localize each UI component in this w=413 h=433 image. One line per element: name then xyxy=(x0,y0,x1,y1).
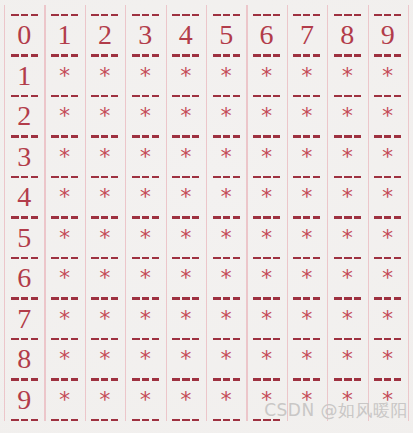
board-cell-hidden: * xyxy=(368,268,408,288)
board-cell-hidden: * xyxy=(44,389,84,409)
hidden-cell-glyph: * xyxy=(300,186,313,208)
row-label: 8 xyxy=(4,349,44,369)
hidden-cell-glyph: * xyxy=(179,389,192,411)
board-cell-hidden: * xyxy=(125,228,165,248)
col-header: 3 xyxy=(125,25,165,45)
dash-segment xyxy=(293,257,320,259)
hidden-cell-glyph: * xyxy=(260,227,273,249)
hidden-cell-glyph: * xyxy=(260,146,273,168)
dash-segment xyxy=(91,419,118,421)
hidden-cell-glyph: * xyxy=(98,389,111,411)
col-header: 4 xyxy=(166,25,206,45)
dash-segment xyxy=(334,297,361,299)
dash-segment xyxy=(11,54,38,56)
hidden-cell-glyph: * xyxy=(139,348,152,370)
board-cell-hidden: * xyxy=(44,147,84,167)
board-cell-hidden: * xyxy=(44,106,84,126)
board-cell-hidden: * xyxy=(327,228,367,248)
dash-segment xyxy=(91,378,118,380)
hidden-cell-glyph: * xyxy=(139,308,152,330)
board-cell-hidden: * xyxy=(368,106,408,126)
dash-segment xyxy=(91,338,118,340)
dash-segment xyxy=(213,419,240,421)
board-cell-hidden: * xyxy=(85,106,125,126)
hidden-cell-glyph: * xyxy=(139,146,152,168)
dash-segment xyxy=(91,54,118,56)
dash-segment xyxy=(213,135,240,137)
hidden-cell-glyph: * xyxy=(341,308,354,330)
hidden-cell-glyph: * xyxy=(98,227,111,249)
separator-cell xyxy=(125,410,165,430)
hidden-cell-glyph: * xyxy=(98,65,111,87)
grid-vline xyxy=(166,5,167,421)
dash-segment xyxy=(293,378,320,380)
board-cell-hidden: * xyxy=(44,349,84,369)
dash-segment xyxy=(293,54,320,56)
hidden-cell-glyph: * xyxy=(179,146,192,168)
board-cell-hidden: * xyxy=(246,147,286,167)
dash-segment xyxy=(132,176,159,178)
dash-segment xyxy=(132,14,159,16)
board-cell-hidden: * xyxy=(166,147,206,167)
row-label: 7 xyxy=(4,309,44,329)
grid-vline xyxy=(4,5,5,421)
board-cell-hidden: * xyxy=(206,349,246,369)
dash-segment xyxy=(132,54,159,56)
board-cell-hidden: * xyxy=(206,106,246,126)
dash-segment xyxy=(213,338,240,340)
board-cell-hidden: * xyxy=(246,349,286,369)
hidden-cell-glyph: * xyxy=(220,348,233,370)
dash-segment xyxy=(11,297,38,299)
hidden-cell-glyph: * xyxy=(220,227,233,249)
col-header: 7 xyxy=(287,25,327,45)
dash-segment xyxy=(11,95,38,97)
col-header: 6 xyxy=(246,25,286,45)
dash-segment xyxy=(334,135,361,137)
board-cell-hidden: * xyxy=(287,309,327,329)
grid-vline xyxy=(246,5,247,421)
separator-cell xyxy=(206,410,246,430)
hidden-cell-glyph: * xyxy=(58,146,71,168)
dash-segment xyxy=(11,257,38,259)
dash-segment xyxy=(51,338,78,340)
dash-segment xyxy=(334,14,361,16)
board-cell-hidden: * xyxy=(246,268,286,288)
hidden-cell-glyph: * xyxy=(58,65,71,87)
hidden-cell-glyph: * xyxy=(58,389,71,411)
col-header: 5 xyxy=(206,25,246,45)
hidden-cell-glyph: * xyxy=(220,65,233,87)
row-label: 3 xyxy=(4,147,44,167)
board-cell-hidden: * xyxy=(327,147,367,167)
dash-segment xyxy=(374,54,401,56)
board-cell-hidden: * xyxy=(166,268,206,288)
board-cell-hidden: * xyxy=(125,106,165,126)
dash-segment xyxy=(132,135,159,137)
dash-segment xyxy=(91,176,118,178)
board-cell-hidden: * xyxy=(287,187,327,207)
dash-segment xyxy=(253,176,280,178)
hidden-cell-glyph: * xyxy=(300,267,313,289)
board-cell-hidden: * xyxy=(368,349,408,369)
dash-segment xyxy=(293,176,320,178)
board-cell-hidden: * xyxy=(327,187,367,207)
dash-segment xyxy=(334,54,361,56)
hidden-cell-glyph: * xyxy=(341,348,354,370)
dash-segment xyxy=(91,257,118,259)
board-cell-hidden: * xyxy=(125,309,165,329)
hidden-cell-glyph: * xyxy=(341,105,354,127)
board-cell-hidden: * xyxy=(287,228,327,248)
hidden-cell-glyph: * xyxy=(341,227,354,249)
hidden-cell-glyph: * xyxy=(300,308,313,330)
board-cell-hidden: * xyxy=(246,66,286,86)
dash-segment xyxy=(172,176,199,178)
dash-segment xyxy=(213,95,240,97)
board-cell-hidden: * xyxy=(327,66,367,86)
dash-segment xyxy=(51,257,78,259)
dash-segment xyxy=(374,216,401,218)
dash-segment xyxy=(172,338,199,340)
dash-segment xyxy=(334,176,361,178)
dash-segment xyxy=(253,338,280,340)
board-cell-hidden: * xyxy=(206,389,246,409)
board-cell-hidden: * xyxy=(125,389,165,409)
dash-segment xyxy=(51,419,78,421)
board-cell-hidden: * xyxy=(125,187,165,207)
dash-segment xyxy=(253,135,280,137)
dash-segment xyxy=(51,176,78,178)
col-header: 9 xyxy=(368,25,408,45)
row-label: 1 xyxy=(4,66,44,86)
dash-segment xyxy=(172,135,199,137)
hidden-cell-glyph: * xyxy=(341,65,354,87)
dash-segment xyxy=(132,419,159,421)
hidden-cell-glyph: * xyxy=(139,186,152,208)
board-cell-hidden: * xyxy=(44,187,84,207)
hidden-cell-glyph: * xyxy=(98,105,111,127)
dash-segment xyxy=(91,135,118,137)
hidden-cell-glyph: * xyxy=(139,65,152,87)
dash-segment xyxy=(172,54,199,56)
dash-segment xyxy=(334,257,361,259)
hidden-cell-glyph: * xyxy=(381,146,394,168)
separator-cell xyxy=(166,410,206,430)
board-cell-hidden: * xyxy=(166,187,206,207)
hidden-cell-glyph: * xyxy=(381,186,394,208)
game-board: 01234567891*********2*********3*********… xyxy=(4,5,408,430)
hidden-cell-glyph: * xyxy=(58,186,71,208)
hidden-cell-glyph: * xyxy=(179,105,192,127)
dash-segment xyxy=(334,338,361,340)
hidden-cell-glyph: * xyxy=(179,348,192,370)
grid-vline xyxy=(408,5,409,421)
board-cell-hidden: * xyxy=(166,106,206,126)
board-cell-hidden: * xyxy=(246,228,286,248)
dash-segment xyxy=(253,54,280,56)
dash-segment xyxy=(132,297,159,299)
hidden-cell-glyph: * xyxy=(58,227,71,249)
grid-vline xyxy=(287,5,288,421)
hidden-cell-glyph: * xyxy=(220,186,233,208)
dash-segment xyxy=(374,338,401,340)
grid-vline xyxy=(206,5,207,421)
dash-segment xyxy=(132,216,159,218)
board-cell-hidden: * xyxy=(287,268,327,288)
separator-cell xyxy=(44,410,84,430)
csdn-watermark: CSDN @如风暖阳 xyxy=(264,399,408,422)
hidden-cell-glyph: * xyxy=(58,267,71,289)
dash-segment xyxy=(91,297,118,299)
board-cell-hidden: * xyxy=(368,147,408,167)
hidden-cell-glyph: * xyxy=(98,308,111,330)
board-cell-hidden: * xyxy=(85,147,125,167)
hidden-cell-glyph: * xyxy=(179,186,192,208)
board-cell-hidden: * xyxy=(368,187,408,207)
grid-vline xyxy=(368,5,369,421)
board-cell-hidden: * xyxy=(85,268,125,288)
board-cell-hidden: * xyxy=(44,228,84,248)
grid-vline xyxy=(85,5,86,421)
board-cell-hidden: * xyxy=(166,309,206,329)
hidden-cell-glyph: * xyxy=(341,267,354,289)
dash-segment xyxy=(213,54,240,56)
hidden-cell-glyph: * xyxy=(300,146,313,168)
hidden-cell-glyph: * xyxy=(381,348,394,370)
col-header: 8 xyxy=(327,25,367,45)
dash-segment xyxy=(91,216,118,218)
grid-vline xyxy=(125,5,126,421)
hidden-cell-glyph: * xyxy=(260,186,273,208)
dash-segment xyxy=(374,14,401,16)
hidden-cell-glyph: * xyxy=(220,308,233,330)
hidden-cell-glyph: * xyxy=(179,227,192,249)
hidden-cell-glyph: * xyxy=(341,186,354,208)
dash-segment xyxy=(334,95,361,97)
row-label: 2 xyxy=(4,106,44,126)
row-label: 4 xyxy=(4,187,44,207)
board-cell-hidden: * xyxy=(287,66,327,86)
separator-cell xyxy=(85,410,125,430)
dash-segment xyxy=(253,95,280,97)
dash-segment xyxy=(11,135,38,137)
dash-segment xyxy=(293,14,320,16)
board-cell-hidden: * xyxy=(166,66,206,86)
dash-segment xyxy=(11,216,38,218)
dash-segment xyxy=(374,176,401,178)
board-cell-hidden: * xyxy=(206,66,246,86)
board-cell-hidden: * xyxy=(327,268,367,288)
dash-segment xyxy=(293,338,320,340)
board-cell-hidden: * xyxy=(206,268,246,288)
dash-segment xyxy=(293,95,320,97)
dash-segment xyxy=(172,419,199,421)
board-cell-hidden: * xyxy=(206,187,246,207)
hidden-cell-glyph: * xyxy=(139,267,152,289)
dash-segment xyxy=(253,257,280,259)
hidden-cell-glyph: * xyxy=(179,267,192,289)
row-label: 6 xyxy=(4,268,44,288)
board-cell-hidden: * xyxy=(44,268,84,288)
dash-segment xyxy=(253,216,280,218)
board-cell-hidden: * xyxy=(125,268,165,288)
hidden-cell-glyph: * xyxy=(300,65,313,87)
board-cell-hidden: * xyxy=(368,228,408,248)
board-cell-hidden: * xyxy=(327,309,367,329)
board-cell-hidden: * xyxy=(287,106,327,126)
dash-segment xyxy=(51,297,78,299)
board-cell-hidden: * xyxy=(166,389,206,409)
dash-segment xyxy=(172,14,199,16)
hidden-cell-glyph: * xyxy=(260,105,273,127)
board-cell-hidden: * xyxy=(125,349,165,369)
hidden-cell-glyph: * xyxy=(381,308,394,330)
dash-segment xyxy=(132,378,159,380)
hidden-cell-glyph: * xyxy=(260,308,273,330)
dash-segment xyxy=(51,216,78,218)
dash-segment xyxy=(293,216,320,218)
board-cell-hidden: * xyxy=(246,187,286,207)
board-cell-hidden: * xyxy=(246,309,286,329)
board-cell-hidden: * xyxy=(44,66,84,86)
board-cell-hidden: * xyxy=(125,66,165,86)
hidden-cell-glyph: * xyxy=(220,146,233,168)
hidden-cell-glyph: * xyxy=(341,146,354,168)
board-cell-hidden: * xyxy=(44,309,84,329)
hidden-cell-glyph: * xyxy=(98,267,111,289)
board-cell-hidden: * xyxy=(287,147,327,167)
col-header: 1 xyxy=(44,25,84,45)
dash-segment xyxy=(132,257,159,259)
dash-segment xyxy=(51,95,78,97)
board-cell-hidden: * xyxy=(166,228,206,248)
hidden-cell-glyph: * xyxy=(98,348,111,370)
dash-segment xyxy=(293,135,320,137)
hidden-cell-glyph: * xyxy=(220,105,233,127)
col-header: 2 xyxy=(85,25,125,45)
hidden-cell-glyph: * xyxy=(381,105,394,127)
dash-segment xyxy=(374,378,401,380)
row-label: 9 xyxy=(4,389,44,409)
dash-segment xyxy=(132,95,159,97)
dash-segment xyxy=(374,257,401,259)
dash-segment xyxy=(11,176,38,178)
dash-segment xyxy=(11,14,38,16)
hidden-cell-glyph: * xyxy=(179,308,192,330)
dash-segment xyxy=(91,14,118,16)
dash-segment xyxy=(334,378,361,380)
dash-segment xyxy=(213,297,240,299)
dash-segment xyxy=(11,378,38,380)
board-cell-hidden: * xyxy=(368,66,408,86)
hidden-cell-glyph: * xyxy=(98,146,111,168)
board-cell-hidden: * xyxy=(206,228,246,248)
hidden-cell-glyph: * xyxy=(260,65,273,87)
separator-cell xyxy=(4,410,44,430)
board-cell-hidden: * xyxy=(287,349,327,369)
hidden-cell-glyph: * xyxy=(381,65,394,87)
dash-segment xyxy=(293,297,320,299)
hidden-cell-glyph: * xyxy=(260,348,273,370)
board-cell-hidden: * xyxy=(206,147,246,167)
dash-segment xyxy=(51,54,78,56)
hidden-cell-glyph: * xyxy=(300,227,313,249)
board-cell-hidden: * xyxy=(368,309,408,329)
dash-segment xyxy=(334,216,361,218)
dash-segment xyxy=(253,378,280,380)
board-cell-hidden: * xyxy=(85,389,125,409)
dash-segment xyxy=(172,216,199,218)
hidden-cell-glyph: * xyxy=(300,348,313,370)
dash-segment xyxy=(374,95,401,97)
dash-segment xyxy=(213,216,240,218)
dash-segment xyxy=(374,135,401,137)
board-cell-hidden: * xyxy=(85,309,125,329)
dash-segment xyxy=(11,419,38,421)
grid-vline xyxy=(44,5,45,421)
hidden-cell-glyph: * xyxy=(381,267,394,289)
hidden-cell-glyph: * xyxy=(58,348,71,370)
hidden-cell-glyph: * xyxy=(58,105,71,127)
board-cell-hidden: * xyxy=(166,349,206,369)
dash-segment xyxy=(51,14,78,16)
hidden-cell-glyph: * xyxy=(260,267,273,289)
console-screenshot: 01234567891*********2*********3*********… xyxy=(0,0,413,433)
hidden-cell-glyph: * xyxy=(300,105,313,127)
hidden-cell-glyph: * xyxy=(58,308,71,330)
hidden-cell-glyph: * xyxy=(179,65,192,87)
hidden-cell-glyph: * xyxy=(381,227,394,249)
hidden-cell-glyph: * xyxy=(139,389,152,411)
dash-segment xyxy=(213,176,240,178)
hidden-cell-glyph: * xyxy=(220,267,233,289)
board-cell-hidden: * xyxy=(85,349,125,369)
hidden-cell-glyph: * xyxy=(139,227,152,249)
dash-segment xyxy=(374,297,401,299)
board-cell-hidden: * xyxy=(327,106,367,126)
hidden-cell-glyph: * xyxy=(220,389,233,411)
dash-segment xyxy=(253,14,280,16)
grid-vline xyxy=(327,5,328,421)
dash-segment xyxy=(172,257,199,259)
dash-segment xyxy=(213,378,240,380)
hidden-cell-glyph: * xyxy=(98,186,111,208)
dash-segment xyxy=(213,14,240,16)
dash-segment xyxy=(172,378,199,380)
dash-segment xyxy=(172,297,199,299)
hidden-cell-glyph: * xyxy=(139,105,152,127)
dash-segment xyxy=(51,378,78,380)
board-cell-hidden: * xyxy=(85,66,125,86)
board-cell-hidden: * xyxy=(206,309,246,329)
board-cell-hidden: * xyxy=(246,106,286,126)
board-cell-hidden: * xyxy=(125,147,165,167)
dash-segment xyxy=(11,338,38,340)
board-cell-hidden: * xyxy=(327,349,367,369)
col-header: 0 xyxy=(4,25,44,45)
board-cell-hidden: * xyxy=(85,228,125,248)
row-label: 5 xyxy=(4,228,44,248)
dash-segment xyxy=(51,135,78,137)
dash-segment xyxy=(132,338,159,340)
dash-segment xyxy=(253,297,280,299)
dash-segment xyxy=(213,257,240,259)
board-cell-hidden: * xyxy=(85,187,125,207)
dash-segment xyxy=(91,95,118,97)
dash-segment xyxy=(172,95,199,97)
